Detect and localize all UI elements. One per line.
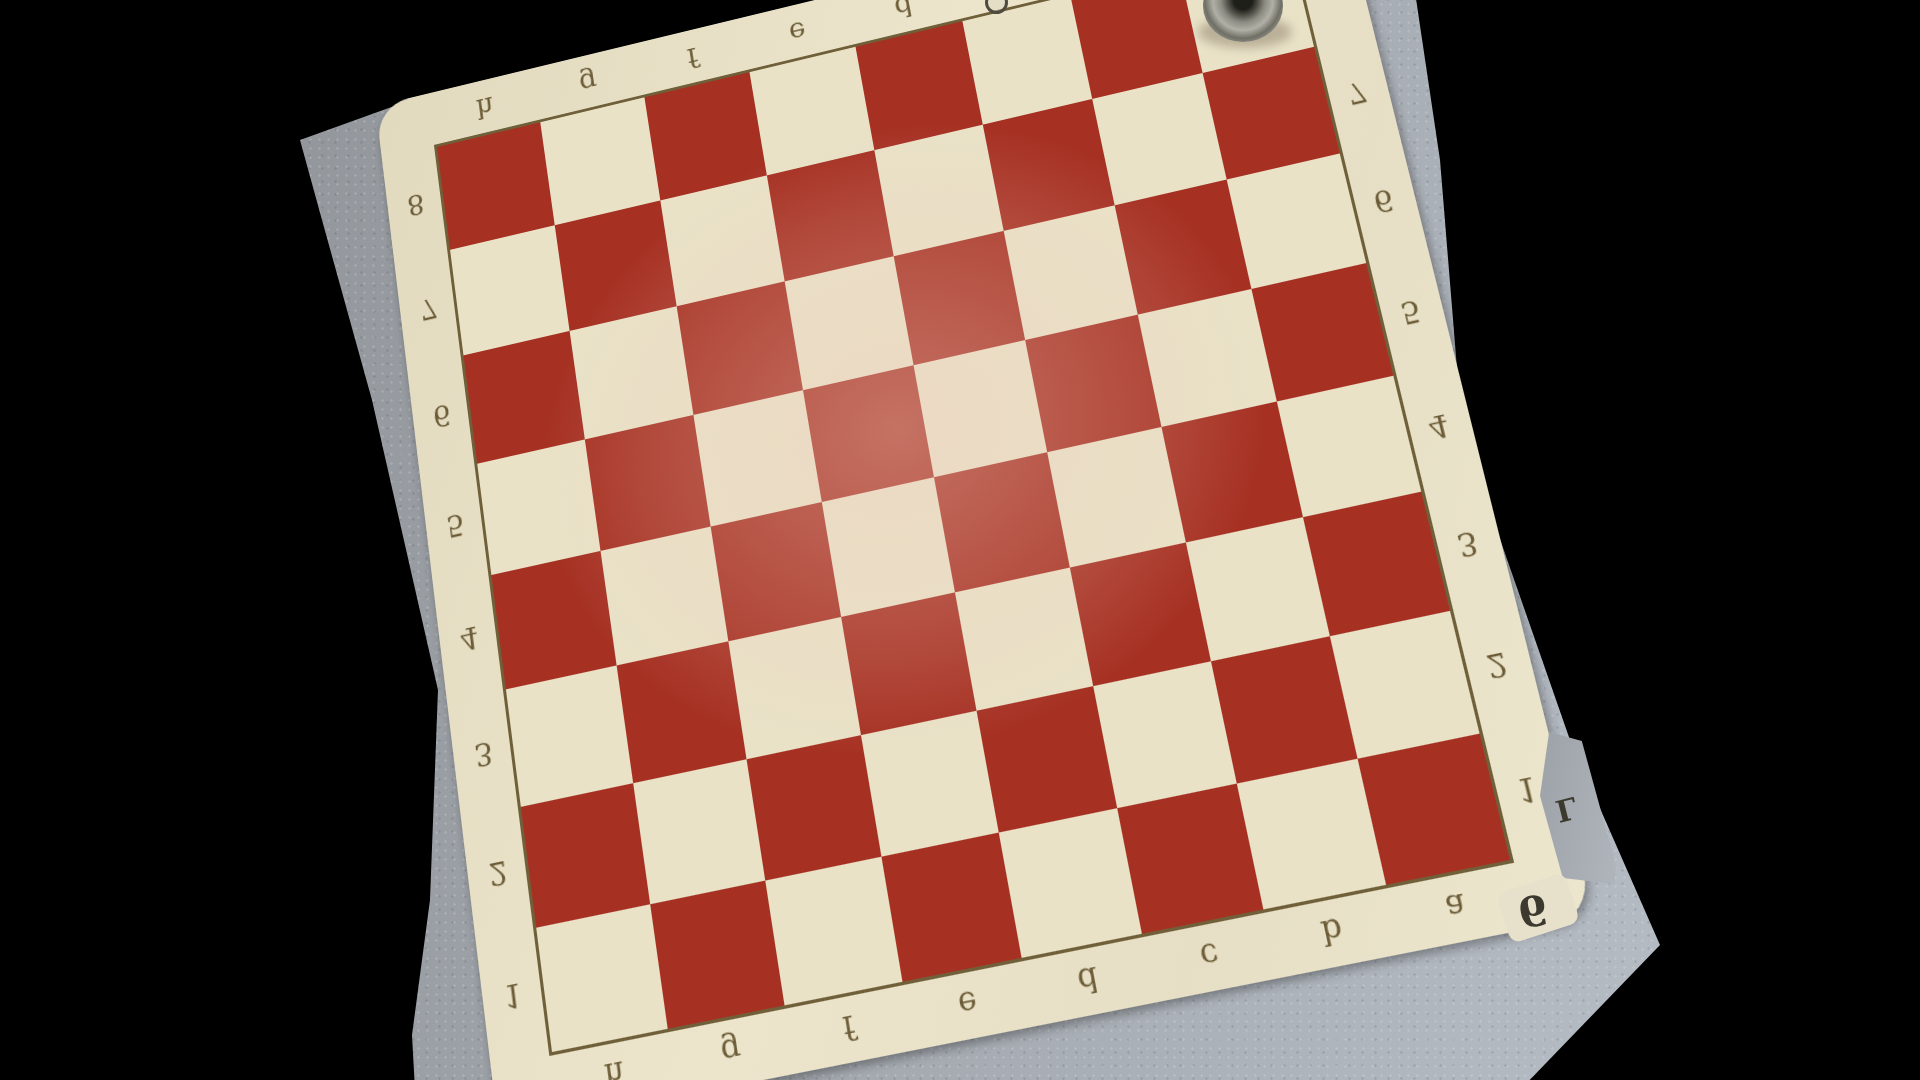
square-h1[interactable] (536, 904, 667, 1052)
photo-stage: hgfedcba hgfedcba 87654321 87654321 L 6 (0, 0, 1920, 1080)
square-g2[interactable] (633, 759, 765, 904)
square-h3[interactable] (506, 665, 633, 806)
square-e2[interactable] (861, 711, 999, 857)
square-d1[interactable] (999, 808, 1142, 958)
square-h2[interactable] (521, 783, 650, 928)
square-g1[interactable] (650, 881, 784, 1029)
square-d2[interactable] (977, 686, 1118, 832)
square-f3[interactable] (728, 617, 861, 759)
chess-board: hgfedcba hgfedcba 87654321 87654321 (437, 0, 1510, 1052)
square-e3[interactable] (841, 592, 976, 735)
square-e1[interactable] (881, 833, 1021, 982)
square-f2[interactable] (747, 735, 882, 880)
square-g3[interactable] (617, 641, 747, 783)
square-d3[interactable] (955, 568, 1093, 711)
square-f1[interactable] (765, 857, 902, 1006)
